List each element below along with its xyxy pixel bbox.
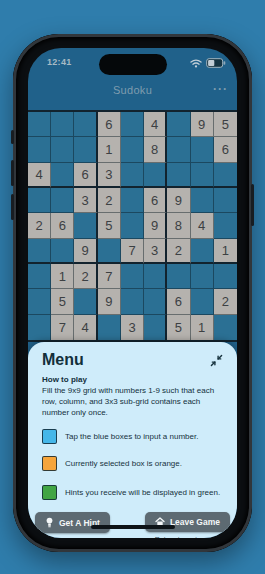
cell-r1c9: 5 [214,112,237,137]
cell-r3c5[interactable] [121,163,144,188]
app-bar: Sudoku ··· [28,76,237,106]
hint-caption: View ad to fill a box [42,537,102,538]
mute-switch[interactable] [11,130,14,144]
cell-r7c2: 1 [51,264,74,289]
status-icons [190,58,226,68]
volume-up-button[interactable] [11,160,14,186]
cell-r4c7: 9 [167,188,190,213]
cell-r5c4: 5 [98,213,121,238]
cell-r6c9: 1 [214,239,237,264]
cell-r5c2: 6 [51,213,74,238]
cell-r4c8[interactable] [191,188,214,213]
more-options-button[interactable]: ··· [213,80,228,98]
cell-r8c3[interactable] [74,289,97,314]
menu-sheet: Menu How to play Fill the 9x9 grid with … [28,342,237,538]
cell-r9c5: 3 [121,315,144,340]
cell-r2c6: 8 [144,137,167,162]
cell-r6c3: 9 [74,239,97,264]
cell-r1c4: 6 [98,112,121,137]
cell-r5c6: 9 [144,213,167,238]
cell-r7c8[interactable] [191,264,214,289]
how-to-play-text: Fill the 9x9 grid with numbers 1-9 such … [42,386,223,418]
battery-icon [206,58,226,68]
leave-caption: Return to main menu [155,536,220,538]
legend-item-green: Hints you receive will be displayed in g… [42,485,223,500]
sudoku-board: 6495186463326926598497321127596274351 [28,110,237,342]
cell-r5c1: 2 [28,213,51,238]
clock-time: 12:41 [47,57,72,67]
cell-r1c1[interactable] [28,112,51,137]
cell-r9c9[interactable] [214,315,237,340]
cell-r5c8: 4 [191,213,214,238]
cell-r9c3: 4 [74,315,97,340]
cell-r6c6: 3 [144,239,167,264]
cell-r4c3: 3 [74,188,97,213]
cell-r4c2[interactable] [51,188,74,213]
cell-r4c1[interactable] [28,188,51,213]
screen: 12:41 [28,48,237,538]
leave-game-button[interactable]: Leave Game [145,512,230,532]
cell-r8c9: 2 [214,289,237,314]
cell-r7c5[interactable] [121,264,144,289]
cell-r7c6[interactable] [144,264,167,289]
cell-r5c7: 8 [167,213,190,238]
leave-button-label: Leave Game [170,517,220,527]
cell-r3c2[interactable] [51,163,74,188]
cell-r9c8: 1 [191,315,214,340]
cell-r9c7: 5 [167,315,190,340]
cell-r3c4: 3 [98,163,121,188]
how-to-play-heading: How to play [42,375,223,384]
legend-label-green: Hints you receive will be displayed in g… [65,488,220,497]
status-bar: 12:41 [28,48,237,76]
menu-title: Menu [42,351,84,369]
cell-r3c1: 4 [28,163,51,188]
cell-r3c8[interactable] [191,163,214,188]
cell-r9c1[interactable] [28,315,51,340]
cell-r1c8: 9 [191,112,214,137]
page-background: { "game": "Sudoku", "position": "0006040… [0,0,265,574]
cell-r8c4: 9 [98,289,121,314]
cell-r8c6[interactable] [144,289,167,314]
cell-r2c9: 6 [214,137,237,162]
blue-swatch [42,429,57,444]
cell-r6c1[interactable] [28,239,51,264]
legend-label-blue: Tap the blue boxes to input a number. [65,432,198,441]
cell-r5c9[interactable] [214,213,237,238]
cell-r5c3[interactable] [74,213,97,238]
cell-r4c6: 6 [144,188,167,213]
phone-frame: 12:41 [13,34,252,552]
cell-r6c2[interactable] [51,239,74,264]
cell-r3c7[interactable] [167,163,190,188]
cell-r7c9[interactable] [214,264,237,289]
cell-r2c5[interactable] [121,137,144,162]
cell-r2c7[interactable] [167,137,190,162]
legend-item-blue: Tap the blue boxes to input a number. [42,429,223,444]
cell-r1c6: 4 [144,112,167,137]
cell-r7c7[interactable] [167,264,190,289]
cell-r3c3: 6 [74,163,97,188]
legend-label-orange: Currently selected box is orange. [65,459,182,468]
cell-r6c5: 7 [121,239,144,264]
cell-r2c4: 1 [98,137,121,162]
cell-r1c7[interactable] [167,112,190,137]
cell-r8c5[interactable] [121,289,144,314]
cell-r4c5[interactable] [121,188,144,213]
get-a-hint-button[interactable]: Get A Hint [35,512,110,533]
cell-r7c1[interactable] [28,264,51,289]
cell-r1c5[interactable] [121,112,144,137]
cell-r6c4[interactable] [98,239,121,264]
cell-r9c2: 7 [51,315,74,340]
cell-r2c3[interactable] [74,137,97,162]
cell-r2c8[interactable] [191,137,214,162]
cell-r4c9[interactable] [214,188,237,213]
app-title: Sudoku [28,84,237,96]
cell-r7c4: 7 [98,264,121,289]
cell-r3c9[interactable] [214,163,237,188]
menu-header: Menu [42,351,223,369]
volume-down-button[interactable] [11,194,14,220]
cell-r3c6[interactable] [144,163,167,188]
cell-r6c8[interactable] [191,239,214,264]
legend-item-orange: Currently selected box is orange. [42,456,223,471]
cell-r6c7: 2 [167,239,190,264]
cell-r5c5[interactable] [121,213,144,238]
cell-r7c3: 2 [74,264,97,289]
cell-r8c1[interactable] [28,289,51,314]
cell-r1c2[interactable] [51,112,74,137]
cell-r8c2: 5 [51,289,74,314]
orange-swatch [42,456,57,471]
power-button[interactable] [251,184,254,226]
cell-r9c6[interactable] [144,315,167,340]
cell-r8c7: 6 [167,289,190,314]
cell-r4c4: 2 [98,188,121,213]
cell-r9c4[interactable] [98,315,121,340]
home-indicator[interactable] [91,525,175,529]
cell-r8c8[interactable] [191,289,214,314]
cell-r2c2[interactable] [51,137,74,162]
cell-r2c1[interactable] [28,137,51,162]
cell-r1c3[interactable] [74,112,97,137]
wifi-icon [190,59,202,68]
dynamic-island [99,54,167,75]
green-swatch [42,485,57,500]
collapse-menu-button[interactable] [210,354,223,367]
lightbulb-icon [45,517,54,528]
